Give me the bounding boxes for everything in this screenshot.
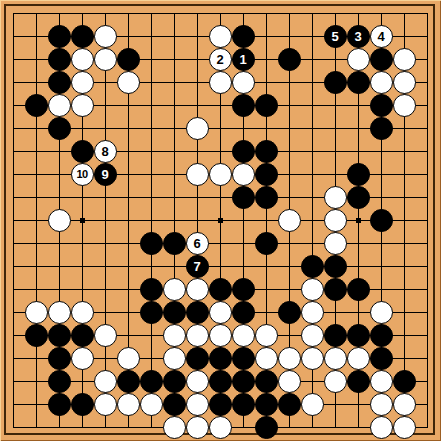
black-stone-11-7[interactable] — [255, 163, 278, 186]
black-stone-12-17[interactable] — [278, 393, 301, 416]
black-stone-15-7[interactable] — [347, 163, 370, 186]
move-number-label: 1 — [239, 53, 246, 66]
white-stone-13-15[interactable] — [301, 347, 324, 370]
white-stone-14-16[interactable] — [324, 370, 347, 393]
white-stone-17-3[interactable] — [393, 71, 416, 94]
white-stone-17-2[interactable] — [393, 48, 416, 71]
white-stone-5-15[interactable] — [117, 347, 140, 370]
white-stone-move-2-9-2[interactable]: 2 — [209, 48, 232, 71]
white-stone-8-12[interactable] — [186, 278, 209, 301]
black-stone-11-4[interactable] — [255, 94, 278, 117]
black-stone-1-4[interactable] — [25, 94, 48, 117]
black-stone-16-2[interactable] — [370, 48, 393, 71]
black-stone-2-14[interactable] — [48, 324, 71, 347]
white-stone-8-14[interactable] — [186, 324, 209, 347]
black-stone-2-16[interactable] — [48, 370, 71, 393]
black-stone-10-16[interactable] — [232, 370, 255, 393]
white-stone-10-7[interactable] — [232, 163, 255, 186]
black-stone-14-3[interactable] — [324, 71, 347, 94]
white-stone-4-2[interactable] — [94, 48, 117, 71]
star-point — [218, 218, 223, 223]
white-stone-9-18[interactable] — [209, 416, 232, 439]
black-stone-11-18[interactable] — [255, 416, 278, 439]
star-point — [356, 218, 361, 223]
white-stone-17-17[interactable] — [393, 393, 416, 416]
black-stone-10-13[interactable] — [232, 301, 255, 324]
white-stone-17-4[interactable] — [393, 94, 416, 117]
black-stone-move-7-8-11[interactable]: 7 — [186, 255, 209, 278]
white-stone-move-4-16-1[interactable]: 4 — [370, 25, 393, 48]
black-stone-10-1[interactable] — [232, 25, 255, 48]
white-stone-move-8-4-6[interactable]: 8 — [94, 140, 117, 163]
white-stone-11-14[interactable] — [255, 324, 278, 347]
black-stone-1-14[interactable] — [25, 324, 48, 347]
black-stone-15-16[interactable] — [347, 370, 370, 393]
black-stone-10-17[interactable] — [232, 393, 255, 416]
black-stone-11-8[interactable] — [255, 186, 278, 209]
black-stone-10-12[interactable] — [232, 278, 255, 301]
black-stone-2-3[interactable] — [48, 71, 71, 94]
black-stone-9-12[interactable] — [209, 278, 232, 301]
black-stone-12-2[interactable] — [278, 48, 301, 71]
white-stone-7-15[interactable] — [163, 347, 186, 370]
white-stone-8-16[interactable] — [186, 370, 209, 393]
white-stone-2-9[interactable] — [48, 209, 71, 232]
white-stone-7-14[interactable] — [163, 324, 186, 347]
black-stone-3-14[interactable] — [71, 324, 94, 347]
black-stone-11-6[interactable] — [255, 140, 278, 163]
white-stone-6-17[interactable] — [140, 393, 163, 416]
black-stone-12-13[interactable] — [278, 301, 301, 324]
black-stone-6-13[interactable] — [140, 301, 163, 324]
white-stone-16-17[interactable] — [370, 393, 393, 416]
white-stone-9-13[interactable] — [209, 301, 232, 324]
white-stone-8-18[interactable] — [186, 416, 209, 439]
black-stone-17-16[interactable] — [393, 370, 416, 393]
white-stone-15-2[interactable] — [347, 48, 370, 71]
black-stone-6-16[interactable] — [140, 370, 163, 393]
white-stone-8-5[interactable] — [186, 117, 209, 140]
white-stone-9-14[interactable] — [209, 324, 232, 347]
black-stone-2-1[interactable] — [48, 25, 71, 48]
white-stone-17-18[interactable] — [393, 416, 416, 439]
white-stone-3-4[interactable] — [71, 94, 94, 117]
move-number-label: 9 — [101, 168, 108, 181]
white-stone-7-12[interactable] — [163, 278, 186, 301]
black-stone-16-9[interactable] — [370, 209, 393, 232]
black-stone-10-6[interactable] — [232, 140, 255, 163]
black-stone-9-16[interactable] — [209, 370, 232, 393]
black-stone-5-16[interactable] — [117, 370, 140, 393]
black-stone-16-14[interactable] — [370, 324, 393, 347]
white-stone-14-15[interactable] — [324, 347, 347, 370]
white-stone-7-18[interactable] — [163, 416, 186, 439]
white-stone-16-3[interactable] — [370, 71, 393, 94]
white-stone-12-16[interactable] — [278, 370, 301, 393]
white-stone-1-13[interactable] — [25, 301, 48, 324]
white-stone-16-16[interactable] — [370, 370, 393, 393]
black-stone-3-6[interactable] — [71, 140, 94, 163]
white-stone-5-3[interactable] — [117, 71, 140, 94]
white-stone-16-13[interactable] — [370, 301, 393, 324]
move-number-label: 2 — [216, 53, 223, 66]
white-stone-4-1[interactable] — [94, 25, 117, 48]
black-stone-15-12[interactable] — [347, 278, 370, 301]
black-stone-5-2[interactable] — [117, 48, 140, 71]
black-stone-2-5[interactable] — [48, 117, 71, 140]
move-number-label: 5 — [331, 30, 338, 43]
white-stone-8-17[interactable] — [186, 393, 209, 416]
black-stone-move-5-14-1[interactable]: 5 — [324, 25, 347, 48]
black-stone-2-2[interactable] — [48, 48, 71, 71]
black-stone-15-14[interactable] — [347, 324, 370, 347]
black-stone-15-3[interactable] — [347, 71, 370, 94]
white-stone-3-2[interactable] — [71, 48, 94, 71]
move-number-label: 7 — [193, 260, 200, 273]
move-number-label: 10 — [76, 169, 87, 180]
black-stone-7-10[interactable] — [163, 232, 186, 255]
black-stone-7-16[interactable] — [163, 370, 186, 393]
black-stone-move-9-4-7[interactable]: 9 — [94, 163, 117, 186]
white-stone-9-3[interactable] — [209, 71, 232, 94]
white-stone-13-17[interactable] — [301, 393, 324, 416]
black-stone-6-12[interactable] — [140, 278, 163, 301]
white-stone-12-15[interactable] — [278, 347, 301, 370]
white-stone-2-4[interactable] — [48, 94, 71, 117]
white-stone-10-3[interactable] — [232, 71, 255, 94]
white-stone-13-14[interactable] — [301, 324, 324, 347]
white-stone-9-1[interactable] — [209, 25, 232, 48]
black-stone-10-15[interactable] — [232, 347, 255, 370]
white-stone-3-13[interactable] — [71, 301, 94, 324]
white-stone-2-13[interactable] — [48, 301, 71, 324]
black-stone-11-17[interactable] — [255, 393, 278, 416]
black-stone-14-11[interactable] — [324, 255, 347, 278]
black-stone-14-12[interactable] — [324, 278, 347, 301]
move-number-label: 8 — [101, 145, 108, 158]
white-stone-8-7[interactable] — [186, 163, 209, 186]
move-number-label: 3 — [354, 30, 361, 43]
white-stone-13-13[interactable] — [301, 301, 324, 324]
black-stone-7-17[interactable] — [163, 393, 186, 416]
white-stone-14-10[interactable] — [324, 232, 347, 255]
black-stone-8-13[interactable] — [186, 301, 209, 324]
white-stone-4-14[interactable] — [94, 324, 117, 347]
white-stone-13-12[interactable] — [301, 278, 324, 301]
black-stone-7-13[interactable] — [163, 301, 186, 324]
black-stone-2-17[interactable] — [48, 393, 71, 416]
white-stone-14-9[interactable] — [324, 209, 347, 232]
black-stone-16-5[interactable] — [370, 117, 393, 140]
white-stone-12-9[interactable] — [278, 209, 301, 232]
white-stone-15-15[interactable] — [347, 347, 370, 370]
black-stone-15-8[interactable] — [347, 186, 370, 209]
white-stone-move-10-3-7[interactable]: 10 — [71, 163, 94, 186]
white-stone-3-15[interactable] — [71, 347, 94, 370]
white-stone-9-7[interactable] — [209, 163, 232, 186]
black-stone-3-1[interactable] — [71, 25, 94, 48]
black-stone-2-15[interactable] — [48, 347, 71, 370]
white-stone-14-8[interactable] — [324, 186, 347, 209]
white-stone-5-17[interactable] — [117, 393, 140, 416]
black-stone-3-17[interactable] — [71, 393, 94, 416]
black-stone-8-15[interactable] — [186, 347, 209, 370]
black-stone-move-1-10-2[interactable]: 1 — [232, 48, 255, 71]
black-stone-16-4[interactable] — [370, 94, 393, 117]
black-stone-9-17[interactable] — [209, 393, 232, 416]
black-stone-14-14[interactable] — [324, 324, 347, 347]
black-stone-6-10[interactable] — [140, 232, 163, 255]
star-point — [80, 218, 85, 223]
black-stone-16-15[interactable] — [370, 347, 393, 370]
black-stone-9-15[interactable] — [209, 347, 232, 370]
white-stone-move-6-8-10[interactable]: 6 — [186, 232, 209, 255]
go-diagram: 53421810967 — [0, 0, 441, 441]
black-stone-move-3-15-1[interactable]: 3 — [347, 25, 370, 48]
white-stone-4-17[interactable] — [94, 393, 117, 416]
white-stone-3-3[interactable] — [71, 71, 94, 94]
white-stone-4-16[interactable] — [94, 370, 117, 393]
move-number-label: 6 — [193, 237, 200, 250]
black-stone-10-4[interactable] — [232, 94, 255, 117]
black-stone-11-16[interactable] — [255, 370, 278, 393]
move-number-label: 4 — [377, 30, 384, 43]
black-stone-11-10[interactable] — [255, 232, 278, 255]
white-stone-11-15[interactable] — [255, 347, 278, 370]
black-stone-13-11[interactable] — [301, 255, 324, 278]
white-stone-10-14[interactable] — [232, 324, 255, 347]
black-stone-10-8[interactable] — [232, 186, 255, 209]
white-stone-16-18[interactable] — [370, 416, 393, 439]
